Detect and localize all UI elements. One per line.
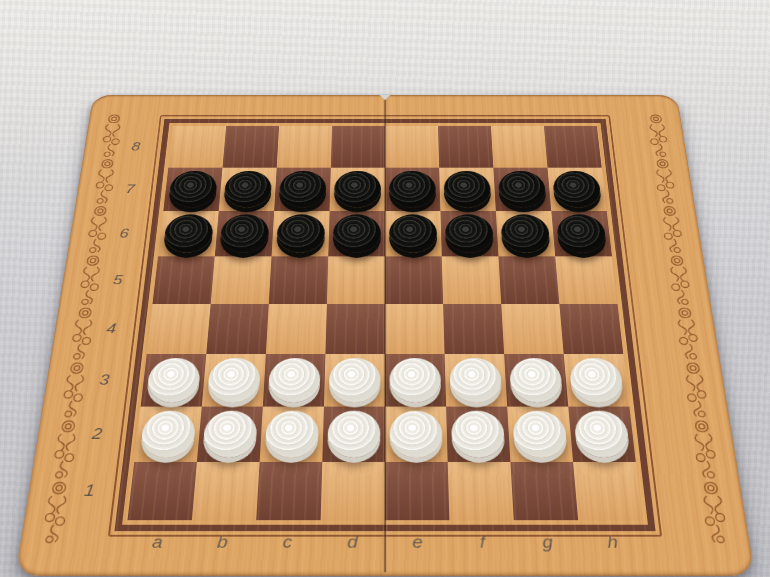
square-c8[interactable]	[277, 126, 332, 167]
square-c1[interactable]	[256, 462, 322, 520]
square-d5[interactable]	[327, 256, 385, 304]
square-c3[interactable]: ⛀	[263, 354, 326, 407]
square-d4[interactable]	[325, 304, 385, 354]
square-b8[interactable]	[223, 126, 280, 167]
square-d2[interactable]: ⛀	[322, 407, 385, 462]
black-man-c6[interactable]: ⛂	[276, 214, 325, 253]
square-d6[interactable]: ⛂	[328, 211, 385, 256]
square-g3[interactable]: ⛀	[504, 354, 568, 407]
black-man-g6[interactable]: ⛂	[500, 214, 550, 253]
rank-label-4: 4	[93, 304, 130, 354]
white-man-b3[interactable]: ⛀	[207, 358, 261, 403]
rank-label-8: 8	[119, 126, 152, 167]
black-man-d7[interactable]: ⛂	[334, 171, 381, 208]
white-man-e3[interactable]: ⛀	[390, 358, 442, 403]
white-man-c3[interactable]: ⛀	[268, 358, 321, 403]
file-label-e: e	[385, 527, 450, 557]
black-man-h6[interactable]: ⛂	[556, 214, 607, 253]
square-d8[interactable]	[331, 126, 385, 167]
white-man-c2[interactable]: ⛀	[265, 411, 320, 458]
square-a6[interactable]: ⛂	[158, 211, 219, 256]
square-g7[interactable]: ⛂	[493, 168, 551, 211]
square-e8[interactable]	[385, 126, 439, 167]
file-label-g: g	[514, 527, 581, 557]
black-man-a6[interactable]: ⛂	[163, 214, 214, 253]
square-f7[interactable]: ⛂	[439, 168, 496, 211]
square-f2[interactable]: ⛀	[446, 407, 510, 462]
square-b7[interactable]: ⛂	[219, 168, 277, 211]
square-a8[interactable]	[168, 126, 226, 167]
file-label-a: a	[123, 527, 191, 557]
square-f5[interactable]	[442, 256, 501, 304]
square-c6[interactable]: ⛂	[272, 211, 330, 256]
square-a3[interactable]: ⛀	[141, 354, 207, 407]
square-h8[interactable]	[544, 126, 602, 167]
file-label-h: h	[579, 527, 647, 557]
rank-label-3: 3	[85, 354, 123, 407]
file-label-d: d	[320, 527, 385, 557]
white-man-b2[interactable]: ⛀	[202, 411, 258, 458]
black-man-e7[interactable]: ⛂	[389, 171, 436, 208]
square-a4[interactable]	[147, 304, 211, 354]
black-man-e6[interactable]: ⛂	[389, 214, 437, 253]
white-man-g2[interactable]: ⛀	[512, 411, 568, 458]
square-g8[interactable]	[491, 126, 548, 167]
square-f8[interactable]	[438, 126, 493, 167]
square-g1[interactable]	[510, 462, 578, 520]
white-man-e2[interactable]: ⛀	[390, 411, 443, 458]
black-man-h7[interactable]: ⛂	[552, 171, 602, 208]
square-a7[interactable]: ⛂	[163, 168, 222, 211]
square-g2[interactable]: ⛀	[507, 407, 573, 462]
black-man-f6[interactable]: ⛂	[445, 214, 494, 253]
square-c5[interactable]	[269, 256, 328, 304]
black-man-a7[interactable]: ⛂	[168, 171, 218, 208]
square-f3[interactable]: ⛀	[445, 354, 508, 407]
white-man-d2[interactable]: ⛀	[327, 411, 380, 458]
square-e6[interactable]: ⛂	[385, 211, 442, 256]
square-d3[interactable]: ⛀	[324, 354, 385, 407]
rank-label-7: 7	[113, 168, 147, 211]
photo-scene: 87654321 ⛂⛂⛂⛂⛂⛂⛂⛂⛂⛂⛂⛂⛂⛂⛂⛂⛀⛀⛀⛀⛀⛀⛀⛀⛀⛀⛀⛀⛀⛀⛀…	[0, 0, 770, 577]
square-e7[interactable]: ⛂	[385, 168, 440, 211]
square-e1[interactable]	[385, 462, 449, 520]
square-h2[interactable]: ⛀	[568, 407, 636, 462]
rank-label-1: 1	[69, 462, 110, 520]
checkers-board: 87654321 ⛂⛂⛂⛂⛂⛂⛂⛂⛂⛂⛂⛂⛂⛂⛂⛂⛀⛀⛀⛀⛀⛀⛀⛀⛀⛀⛀⛀⛀⛀⛀…	[15, 95, 755, 576]
square-b4[interactable]	[206, 304, 268, 354]
square-c4[interactable]	[266, 304, 327, 354]
file-label-b: b	[189, 527, 256, 557]
white-man-h3[interactable]: ⛀	[569, 358, 625, 403]
black-man-b6[interactable]: ⛂	[219, 214, 269, 253]
square-h7[interactable]: ⛂	[547, 168, 606, 211]
square-f4[interactable]	[443, 304, 504, 354]
square-h6[interactable]: ⛂	[551, 211, 612, 256]
square-e4[interactable]	[385, 304, 445, 354]
black-man-b7[interactable]: ⛂	[223, 171, 272, 208]
square-b3[interactable]: ⛀	[202, 354, 266, 407]
square-g4[interactable]	[501, 304, 563, 354]
file-label-c: c	[254, 527, 320, 557]
square-h3[interactable]: ⛀	[564, 354, 630, 407]
square-h4[interactable]	[559, 304, 623, 354]
square-d7[interactable]: ⛂	[330, 168, 385, 211]
square-g6[interactable]: ⛂	[496, 211, 555, 256]
square-h5[interactable]	[555, 256, 617, 304]
square-b1[interactable]	[192, 462, 260, 520]
black-man-c7[interactable]: ⛂	[279, 171, 327, 208]
square-c7[interactable]: ⛂	[274, 168, 331, 211]
white-man-d3[interactable]: ⛀	[329, 358, 381, 403]
square-a5[interactable]	[153, 256, 215, 304]
square-a1[interactable]	[127, 462, 196, 520]
square-f1[interactable]	[448, 462, 514, 520]
square-a2[interactable]: ⛀	[134, 407, 202, 462]
square-f6[interactable]: ⛂	[440, 211, 498, 256]
square-e2[interactable]: ⛀	[385, 407, 448, 462]
square-e5[interactable]	[385, 256, 443, 304]
file-label-f: f	[450, 527, 516, 557]
fold-notch	[379, 95, 390, 100]
square-h1[interactable]	[573, 462, 642, 520]
white-man-f3[interactable]: ⛀	[449, 358, 502, 403]
black-man-f7[interactable]: ⛂	[443, 171, 491, 208]
square-d1[interactable]	[321, 462, 385, 520]
square-b2[interactable]: ⛀	[197, 407, 263, 462]
white-man-a2[interactable]: ⛀	[139, 411, 196, 458]
square-b6[interactable]: ⛂	[215, 211, 274, 256]
rank-label-6: 6	[106, 211, 141, 256]
black-man-g7[interactable]: ⛂	[498, 171, 547, 208]
rank-label-5: 5	[100, 256, 136, 304]
square-b5[interactable]	[211, 256, 272, 304]
white-man-a3[interactable]: ⛀	[146, 358, 202, 403]
white-man-f2[interactable]: ⛀	[451, 411, 506, 458]
square-c2[interactable]: ⛀	[260, 407, 324, 462]
square-g5[interactable]	[498, 256, 559, 304]
fold-seam	[383, 97, 387, 572]
board-perspective-wrap: 87654321 ⛂⛂⛂⛂⛂⛂⛂⛂⛂⛂⛂⛂⛂⛂⛂⛂⛀⛀⛀⛀⛀⛀⛀⛀⛀⛀⛀⛀⛀⛀⛀…	[15, 0, 755, 576]
rank-label-2: 2	[77, 407, 116, 462]
white-man-h2[interactable]: ⛀	[573, 411, 630, 458]
black-man-d6[interactable]: ⛂	[333, 214, 381, 253]
square-e3[interactable]: ⛀	[385, 354, 446, 407]
white-man-g3[interactable]: ⛀	[509, 358, 563, 403]
